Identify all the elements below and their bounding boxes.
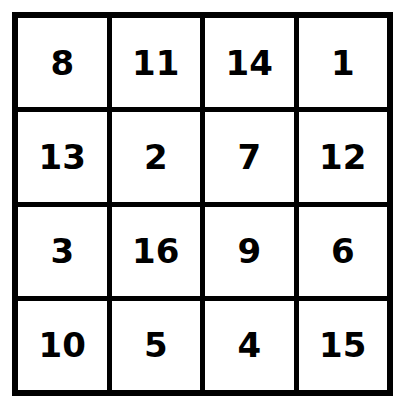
- cell-r1c3: 14: [205, 18, 294, 107]
- cell-r3c2: 16: [112, 207, 201, 296]
- cell-r2c4: 12: [299, 112, 388, 201]
- cell-r3c4: 6: [299, 207, 388, 296]
- cell-r1c2: 11: [112, 18, 201, 107]
- cell-r3c1: 3: [18, 207, 107, 296]
- cell-r4c2: 5: [112, 301, 201, 390]
- cell-r3c3: 9: [205, 207, 294, 296]
- cell-r4c3: 4: [205, 301, 294, 390]
- cell-r4c4: 15: [299, 301, 388, 390]
- cell-r1c1: 8: [18, 18, 107, 107]
- cell-r2c1: 13: [18, 112, 107, 201]
- cell-r2c2: 2: [112, 112, 201, 201]
- cell-r1c4: 1: [299, 18, 388, 107]
- cell-r2c3: 7: [205, 112, 294, 201]
- cell-r4c1: 10: [18, 301, 107, 390]
- magic-square-board: 8 11 14 1 13 2 7 12 3 16 9 6 10 5 4 15: [12, 12, 393, 396]
